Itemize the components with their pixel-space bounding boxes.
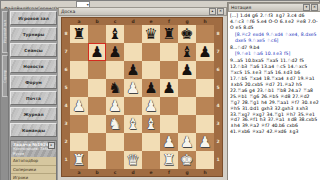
notation-main-0[interactable]: [...] 1.d4 g6 2.♘f3 ♗g7 3.c4 d6 4.♘c3 ♘f… — [230, 13, 319, 31]
file-label-f: f — [160, 169, 178, 176]
square-b8[interactable] — [88, 25, 106, 43]
piece-white-pawn[interactable]: ♟ — [180, 133, 193, 151]
square-a3[interactable] — [70, 115, 88, 133]
board-titlebar[interactable]: Доска ▴ ✕ — [58, 7, 227, 16]
square-b3[interactable] — [88, 115, 106, 133]
rank-label-5: 5 — [214, 79, 222, 97]
square-c4[interactable]: ♟ — [106, 97, 124, 115]
square-h8[interactable] — [196, 25, 214, 43]
notation-window-title: Нотация — [231, 5, 302, 11]
square-a2[interactable] — [70, 133, 88, 151]
close-icon[interactable]: ✕ — [217, 8, 224, 15]
square-b5[interactable] — [88, 79, 106, 97]
rank-label-1: 1 — [62, 151, 70, 169]
file-label-a: a — [70, 18, 88, 25]
square-b2[interactable] — [88, 133, 106, 151]
piece-white-pawn[interactable]: ♟ — [108, 97, 121, 115]
square-f5[interactable]: ♟ — [160, 79, 178, 97]
square-d1[interactable]: ♛ — [124, 151, 142, 169]
corner — [62, 18, 70, 25]
square-e6[interactable] — [142, 61, 160, 79]
square-c7[interactable]: ♟ — [106, 43, 124, 61]
rank-label-3: 3 — [62, 115, 70, 133]
piece-white-bishop[interactable]: ♝ — [144, 115, 157, 133]
square-a6[interactable] — [70, 61, 88, 79]
square-c2[interactable] — [106, 133, 124, 151]
notation-variation-3[interactable]: [9.♘e1 ♘a6 10.♗e3 f5] — [235, 51, 319, 57]
piece-black-pawn[interactable]: ♟ — [162, 79, 175, 97]
piece-white-king[interactable]: ♚ — [180, 151, 193, 169]
square-c8[interactable]: ♝ — [106, 25, 124, 43]
piece-black-pawn[interactable]: ♟ — [198, 43, 211, 61]
square-c3[interactable]: ♞ — [106, 115, 124, 133]
square-g3[interactable] — [178, 115, 196, 133]
notation-window: Нотация ▾ ✕ [...] 1.d4 g6 2.♘f3 ♗g7 3.c4… — [227, 2, 320, 180]
square-a7[interactable] — [70, 43, 88, 61]
square-h7[interactable]: ♟ — [196, 43, 214, 61]
square-g2[interactable]: ♟ — [178, 133, 196, 151]
task-panel: Задача №1926 Композиция: Табия-Русов ▸ А… — [10, 140, 57, 180]
file-label-e: e — [142, 18, 160, 25]
square-c5[interactable]: ♞ — [106, 79, 124, 97]
file-label-g: g — [178, 169, 196, 176]
piece-black-pawn[interactable]: ♟ — [126, 61, 139, 79]
file-label-c: c — [106, 18, 124, 25]
corner — [214, 169, 222, 176]
piece-white-pawn[interactable]: ♟ — [198, 133, 211, 151]
piece-white-rook[interactable]: ♜ — [162, 151, 175, 169]
file-label-a: a — [70, 169, 88, 176]
square-d5[interactable]: ♟ — [124, 79, 142, 97]
rank-label-4: 4 — [62, 97, 70, 115]
app-window: ФайлВидИграСервисОкно ▾ Игровой залСерве… — [0, 0, 320, 180]
square-d8[interactable] — [124, 25, 142, 43]
rank-label-6: 6 — [214, 61, 222, 79]
close-icon[interactable]: ✕ — [311, 4, 318, 11]
piece-white-pawn[interactable]: ♟ — [72, 97, 85, 115]
task-row-1[interactable]: Соперники — [11, 166, 56, 175]
square-f7[interactable] — [160, 43, 178, 61]
piece-white-knight[interactable]: ♞ — [108, 115, 121, 133]
square-b6[interactable] — [88, 61, 106, 79]
square-b1[interactable] — [88, 151, 106, 169]
square-a5[interactable] — [70, 79, 88, 97]
task-row-0[interactable]: Автоподбор — [11, 157, 56, 166]
sidebar-button-5[interactable]: Почта — [10, 91, 57, 105]
notation-main-2[interactable]: 8...♘d7 9.b4 — [230, 45, 319, 51]
file-label-d: d — [124, 18, 142, 25]
corner — [62, 169, 70, 176]
square-e1[interactable] — [142, 151, 160, 169]
sidebar: Игровой залТурнирыСеансыНовостиФорумПочт… — [9, 9, 58, 180]
piece-black-bishop[interactable]: ♝ — [180, 43, 193, 61]
piece-black-rook[interactable]: ♜ — [72, 25, 85, 43]
sidebar-button-0[interactable]: Игровой зал — [10, 11, 57, 25]
rank-label-1: 1 — [214, 151, 222, 169]
corner — [214, 18, 222, 25]
square-b4[interactable] — [88, 97, 106, 115]
sidebar-button-6[interactable]: Журнал — [10, 107, 57, 121]
task-row-2[interactable]: Игроки — [11, 174, 56, 180]
piece-white-rook[interactable]: ♜ — [72, 151, 85, 169]
board-window-title: Доска — [61, 9, 208, 15]
square-e2[interactable] — [142, 133, 160, 151]
file-label-e: e — [142, 169, 160, 176]
sidebar-button-3[interactable]: Новости — [10, 59, 57, 73]
square-d3[interactable]: ♝ — [124, 115, 142, 133]
square-f8[interactable]: ♜ — [160, 25, 178, 43]
rank-label-8: 8 — [62, 25, 70, 43]
square-f6[interactable] — [160, 61, 178, 79]
square-d7[interactable] — [124, 43, 142, 61]
rank-label-4: 4 — [214, 97, 222, 115]
notation-variation-1[interactable]: [8.♕c2 exd4 9.♘xd4 ♘xe4, 8.dxe5 dxe5 9.♘… — [235, 32, 319, 44]
minimize-icon[interactable]: ▴ — [209, 8, 216, 15]
rank-label-6: 6 — [62, 61, 70, 79]
square-f4[interactable] — [160, 97, 178, 115]
file-label-b: b — [88, 18, 106, 25]
piece-black-pawn[interactable]: ♟ — [144, 79, 157, 97]
vertical-tab-0[interactable]: Игровой зал — [2, 11, 8, 53]
square-g8[interactable]: ♚ — [178, 25, 196, 43]
square-f2[interactable]: ♟ — [160, 133, 178, 151]
square-a8[interactable]: ♜ — [70, 25, 88, 43]
square-f3[interactable] — [160, 115, 178, 133]
piece-white-bishop[interactable]: ♝ — [126, 115, 139, 133]
rank-label-8: 8 — [214, 25, 222, 43]
square-e8[interactable]: ♛ — [142, 25, 160, 43]
square-d4[interactable] — [124, 97, 142, 115]
vertical-tab-1[interactable]: Сервер — [2, 55, 8, 97]
piece-white-queen[interactable]: ♛ — [126, 151, 139, 169]
piece-black-knight[interactable]: ♞ — [108, 79, 121, 97]
piece-white-pawn[interactable]: ♟ — [144, 97, 157, 115]
square-e4[interactable]: ♟ — [142, 97, 160, 115]
square-c6[interactable] — [106, 61, 124, 79]
sidebar-buttons: Игровой залТурнирыСеансыНовостиФорумПочт… — [9, 11, 58, 137]
piece-black-bishop[interactable]: ♝ — [108, 25, 121, 43]
file-label-h: h — [196, 18, 214, 25]
square-h5[interactable] — [196, 79, 214, 97]
left-tab-strip: Игровой залСервер — [1, 9, 9, 180]
rank-label-5: 5 — [62, 79, 70, 97]
task-expand-button[interactable]: ▸ — [48, 142, 55, 149]
square-g4[interactable] — [178, 97, 196, 115]
square-h2[interactable]: ♟ — [196, 133, 214, 151]
square-h6[interactable] — [196, 61, 214, 79]
notation-main-4[interactable]: 9...a5 10.bxa5 ♖xa5 11.♘d2 f5 12.♘b3 ♖a6… — [230, 58, 319, 135]
board-window: Доска ▴ ✕ abcdefgh8♜♝♛♜♚87♟♟♝♟76♟♟65♞♟♟♟… — [58, 7, 227, 180]
sidebar-button-1[interactable]: Турниры — [10, 27, 57, 41]
file-label-d: d — [124, 169, 142, 176]
square-d2[interactable] — [124, 133, 142, 151]
square-g1[interactable]: ♚ — [178, 151, 196, 169]
sidebar-button-4[interactable]: Форум — [10, 75, 57, 89]
square-e5[interactable]: ♟ — [142, 79, 160, 97]
square-b7[interactable]: ♟ — [88, 43, 106, 61]
rank-label-7: 7 — [214, 43, 222, 61]
square-e3[interactable]: ♝ — [142, 115, 160, 133]
piece-black-pawn[interactable]: ♟ — [180, 61, 193, 79]
minimize-icon[interactable]: ▾ — [303, 4, 310, 11]
square-a1[interactable]: ♜ — [70, 151, 88, 169]
square-h3[interactable] — [196, 115, 214, 133]
file-label-b: b — [88, 169, 106, 176]
move-list[interactable]: [...] 1.d4 g6 2.♘f3 ♗g7 3.c4 d6 4.♘c3 ♘f… — [228, 12, 320, 180]
square-f1[interactable]: ♜ — [160, 151, 178, 169]
piece-black-queen[interactable]: ♛ — [144, 25, 157, 43]
square-h4[interactable] — [196, 97, 214, 115]
square-c1[interactable] — [106, 151, 124, 169]
square-g5[interactable] — [178, 79, 196, 97]
notation-titlebar[interactable]: Нотация ▾ ✕ — [228, 3, 320, 12]
piece-white-pawn[interactable]: ♟ — [162, 133, 175, 151]
rank-label-7: 7 — [62, 43, 70, 61]
sidebar-button-2[interactable]: Сеансы — [10, 43, 57, 57]
task-panel-header: Задача №1926 Композиция: Табия-Русов ▸ — [11, 141, 56, 157]
piece-black-king[interactable]: ♚ — [180, 25, 193, 43]
file-label-h: h — [196, 169, 214, 176]
chess-board: abcdefgh8♜♝♛♜♚87♟♟♝♟76♟♟65♞♟♟♟54♟♟♟43♞♝♝… — [61, 17, 223, 177]
square-g6[interactable]: ♟ — [178, 61, 196, 79]
rank-label-2: 2 — [62, 133, 70, 151]
file-label-c: c — [106, 169, 124, 176]
piece-black-pawn[interactable]: ♟ — [108, 43, 121, 61]
rank-label-3: 3 — [214, 115, 222, 133]
file-label-g: g — [178, 18, 196, 25]
piece-white-pawn[interactable]: ♟ — [126, 79, 139, 97]
piece-black-pawn[interactable]: ♟ — [90, 43, 103, 61]
square-a4[interactable]: ♟ — [70, 97, 88, 115]
sidebar-button-7[interactable]: Команды — [10, 123, 57, 137]
square-g7[interactable]: ♝ — [178, 43, 196, 61]
file-label-f: f — [160, 18, 178, 25]
piece-black-rook[interactable]: ♜ — [162, 25, 175, 43]
square-d6[interactable]: ♟ — [124, 61, 142, 79]
square-h1[interactable] — [196, 151, 214, 169]
square-e7[interactable] — [142, 43, 160, 61]
rank-label-2: 2 — [214, 133, 222, 151]
task-list: АвтоподборСоперникиИгрокиЧаты — [11, 157, 56, 180]
